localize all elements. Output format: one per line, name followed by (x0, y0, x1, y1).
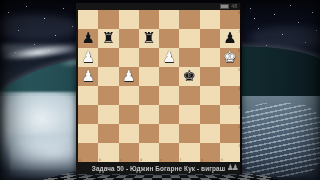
square-a1[interactable]: a (78, 143, 98, 162)
square-b1[interactable]: b (98, 143, 118, 162)
square-d5[interactable] (139, 67, 159, 86)
square-d3[interactable] (139, 105, 159, 124)
black-pawn: ♟ (78, 29, 98, 48)
rank-label-1: 1 (238, 143, 240, 147)
square-c5[interactable]: ♟ (119, 67, 139, 86)
square-d6[interactable] (139, 48, 159, 67)
cloud (250, 26, 320, 48)
square-g5[interactable] (200, 67, 220, 86)
square-d4[interactable] (139, 86, 159, 105)
square-g3[interactable] (200, 105, 220, 124)
square-d2[interactable] (139, 124, 159, 143)
square-g2[interactable] (200, 124, 220, 143)
black-pawn: ♟ (220, 29, 240, 48)
rank-label-5: 5 (238, 67, 240, 71)
square-e8[interactable] (159, 10, 179, 29)
white-pawn: ♟ (78, 48, 98, 67)
toolbar-board-icon[interactable] (220, 4, 229, 9)
square-e1[interactable]: e (159, 143, 179, 162)
square-a6[interactable]: ♟ (78, 48, 98, 67)
square-h5[interactable]: 5 (220, 67, 240, 86)
rank-label-4: 4 (238, 86, 240, 90)
square-f7[interactable] (179, 29, 199, 48)
square-b4[interactable] (98, 86, 118, 105)
square-e7[interactable] (159, 29, 179, 48)
square-h7[interactable]: ♟7 (220, 29, 240, 48)
square-f5[interactable]: ♚ (179, 67, 199, 86)
rank-label-7: 7 (238, 29, 240, 33)
square-e5[interactable] (159, 67, 179, 86)
square-d8[interactable] (139, 10, 159, 29)
square-h8[interactable]: 8 (220, 10, 240, 29)
stars (0, 0, 1, 1)
square-e2[interactable] (159, 124, 179, 143)
square-a2[interactable] (78, 124, 98, 143)
white-pawn: ♟ (119, 67, 139, 86)
chess-board: 8♟♜♜♟7♟♟♚6♟♟♚5432abcdefg1h (78, 10, 240, 162)
square-e6[interactable]: ♟ (159, 48, 179, 67)
square-c6[interactable] (119, 48, 139, 67)
square-f4[interactable] (179, 86, 199, 105)
black-rook: ♜ (98, 29, 118, 48)
square-b7[interactable]: ♜ (98, 29, 118, 48)
square-a4[interactable] (78, 86, 98, 105)
square-c2[interactable] (119, 124, 139, 143)
square-c4[interactable] (119, 86, 139, 105)
white-king: ♚ (220, 48, 240, 67)
topbar-badge: 48 (220, 4, 238, 9)
square-g4[interactable] (200, 86, 220, 105)
square-f2[interactable] (179, 124, 199, 143)
square-e3[interactable] (159, 105, 179, 124)
square-g6[interactable] (200, 48, 220, 67)
square-h6[interactable]: ♚6 (220, 48, 240, 67)
square-h1[interactable]: 1h (220, 143, 240, 162)
square-c8[interactable] (119, 10, 139, 29)
black-king: ♚ (179, 67, 199, 86)
square-e4[interactable] (159, 86, 179, 105)
sea-foam (238, 103, 320, 177)
square-g1[interactable]: g (200, 143, 220, 162)
square-b3[interactable] (98, 105, 118, 124)
square-b5[interactable] (98, 67, 118, 86)
square-f8[interactable] (179, 10, 199, 29)
square-a5[interactable]: ♟ (78, 67, 98, 86)
window-topbar: 48 (76, 3, 240, 10)
badge-count: 48 (232, 4, 238, 9)
square-f3[interactable] (179, 105, 199, 124)
square-c1[interactable]: c (119, 143, 139, 162)
problem-title: Задача 50 - Юджин Богарне Кук - виграш (91, 165, 224, 171)
rank-label-2: 2 (238, 124, 240, 128)
caption-bar: Задача 50 - Юджин Богарне Кук - виграш ♟… (76, 162, 240, 174)
white-pawn: ♟ (159, 48, 179, 67)
rank-label-3: 3 (238, 105, 240, 109)
square-a3[interactable] (78, 105, 98, 124)
square-a7[interactable]: ♟ (78, 29, 98, 48)
black-rook: ♜ (139, 29, 159, 48)
square-a8[interactable] (78, 10, 98, 29)
square-g7[interactable] (200, 29, 220, 48)
chess-window: 48 8♟♜♜♟7♟♟♚6♟♟♚5432abcdefg1h Задача 50 … (76, 3, 242, 174)
square-d1[interactable]: d (139, 143, 159, 162)
square-h3[interactable]: 3 (220, 105, 240, 124)
square-b6[interactable] (98, 48, 118, 67)
square-h4[interactable]: 4 (220, 86, 240, 105)
square-b8[interactable] (98, 10, 118, 29)
square-d7[interactable]: ♜ (139, 29, 159, 48)
square-g8[interactable] (200, 10, 220, 29)
square-f1[interactable]: f (179, 143, 199, 162)
rank-label-6: 6 (238, 48, 240, 52)
white-pawn: ♟ (78, 67, 98, 86)
square-h2[interactable]: 2 (220, 124, 240, 143)
double-pawn-icon: ♟♟ (227, 163, 237, 173)
square-b2[interactable] (98, 124, 118, 143)
rank-label-8: 8 (238, 10, 240, 14)
square-f6[interactable] (179, 48, 199, 67)
square-c3[interactable] (119, 105, 139, 124)
square-c7[interactable] (119, 29, 139, 48)
